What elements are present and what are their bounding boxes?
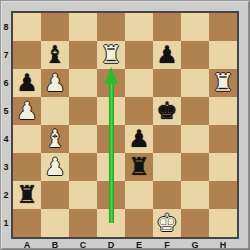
square-e2[interactable] — [125, 181, 153, 209]
square-c6[interactable] — [69, 69, 97, 97]
rank-label-8: 8 — [1, 13, 11, 41]
square-f2[interactable] — [153, 181, 181, 209]
move-arrow-head — [104, 67, 118, 84]
square-g3[interactable] — [181, 153, 209, 181]
square-a2[interactable]: ♜ — [13, 181, 41, 209]
piece-black-rook-a2[interactable]: ♜ — [16, 183, 38, 207]
square-g8[interactable] — [181, 13, 209, 41]
rank-label-4: 4 — [1, 125, 11, 153]
square-b7[interactable]: ♝ — [41, 41, 69, 69]
square-c7[interactable] — [69, 41, 97, 69]
file-label-a: A — [13, 239, 41, 250]
piece-black-king-f5[interactable]: ♚ — [156, 99, 178, 123]
square-h1[interactable] — [209, 209, 237, 237]
square-a8[interactable] — [13, 13, 41, 41]
square-e8[interactable] — [125, 13, 153, 41]
rank-label-2: 2 — [1, 181, 11, 209]
square-d7[interactable]: ♜ — [97, 41, 125, 69]
rank-label-7: 7 — [1, 41, 11, 69]
piece-white-pawn-b3[interactable]: ♟ — [44, 155, 66, 179]
square-h7[interactable] — [209, 41, 237, 69]
square-h6[interactable]: ♜ — [209, 69, 237, 97]
piece-white-rook-d7[interactable]: ♜ — [100, 43, 122, 67]
square-a5[interactable]: ♟ — [13, 97, 41, 125]
file-label-b: B — [41, 239, 69, 250]
piece-white-pawn-b6[interactable]: ♟ — [44, 71, 66, 95]
file-label-e: E — [125, 239, 153, 250]
rank-label-5: 5 — [1, 97, 11, 125]
square-f7[interactable]: ♟ — [153, 41, 181, 69]
rank-label-1: 1 — [1, 209, 11, 237]
rank-label-3: 3 — [1, 153, 11, 181]
chessboard-frame: ♝♜♟♟♟♜♟♚♝♟♟♜♜♚ — [11, 11, 239, 239]
square-b4[interactable]: ♝ — [41, 125, 69, 153]
square-h4[interactable] — [209, 125, 237, 153]
square-g4[interactable] — [181, 125, 209, 153]
move-arrow-shaft — [109, 84, 114, 223]
square-g2[interactable] — [181, 181, 209, 209]
square-c5[interactable] — [69, 97, 97, 125]
square-f1[interactable]: ♚ — [153, 209, 181, 237]
piece-black-rook-e3[interactable]: ♜ — [128, 155, 150, 179]
piece-black-pawn-f7[interactable]: ♟ — [156, 43, 178, 67]
square-c1[interactable] — [69, 209, 97, 237]
square-e7[interactable] — [125, 41, 153, 69]
square-f5[interactable]: ♚ — [153, 97, 181, 125]
piece-black-pawn-e4[interactable]: ♟ — [128, 127, 150, 151]
square-e4[interactable]: ♟ — [125, 125, 153, 153]
file-label-f: F — [153, 239, 181, 250]
square-b3[interactable]: ♟ — [41, 153, 69, 181]
square-a6[interactable]: ♟ — [13, 69, 41, 97]
piece-white-bishop-b4[interactable]: ♝ — [44, 127, 66, 151]
piece-black-bishop-b7[interactable]: ♝ — [44, 43, 66, 67]
file-label-g: G — [181, 239, 209, 250]
piece-white-pawn-a5[interactable]: ♟ — [16, 99, 38, 123]
square-c8[interactable] — [69, 13, 97, 41]
square-f8[interactable] — [153, 13, 181, 41]
square-e3[interactable]: ♜ — [125, 153, 153, 181]
square-f3[interactable] — [153, 153, 181, 181]
file-label-h: H — [209, 239, 237, 250]
square-c4[interactable] — [69, 125, 97, 153]
square-h2[interactable] — [209, 181, 237, 209]
square-b6[interactable]: ♟ — [41, 69, 69, 97]
square-g1[interactable] — [181, 209, 209, 237]
square-a1[interactable] — [13, 209, 41, 237]
square-e1[interactable] — [125, 209, 153, 237]
square-d8[interactable] — [97, 13, 125, 41]
piece-white-king-f1[interactable]: ♚ — [156, 211, 178, 235]
file-label-c: C — [69, 239, 97, 250]
square-g5[interactable] — [181, 97, 209, 125]
square-a7[interactable] — [13, 41, 41, 69]
square-h5[interactable] — [209, 97, 237, 125]
square-a4[interactable] — [13, 125, 41, 153]
square-e6[interactable] — [125, 69, 153, 97]
square-b5[interactable] — [41, 97, 69, 125]
square-h3[interactable] — [209, 153, 237, 181]
piece-black-pawn-a6[interactable]: ♟ — [16, 71, 38, 95]
square-g7[interactable] — [181, 41, 209, 69]
rank-label-6: 6 — [1, 69, 11, 97]
square-e5[interactable] — [125, 97, 153, 125]
square-g6[interactable] — [181, 69, 209, 97]
chessboard: ♝♜♟♟♟♜♟♚♝♟♟♜♜♚ — [13, 13, 237, 237]
square-b8[interactable] — [41, 13, 69, 41]
square-b1[interactable] — [41, 209, 69, 237]
file-label-d: D — [97, 239, 125, 250]
square-h8[interactable] — [209, 13, 237, 41]
square-f6[interactable] — [153, 69, 181, 97]
piece-white-rook-h6[interactable]: ♜ — [212, 71, 234, 95]
chessboard-panel: 87654321 ABCDEFGH ♝♜♟♟♟♜♟♚♝♟♟♜♜♚ — [0, 0, 250, 250]
square-c2[interactable] — [69, 181, 97, 209]
square-f4[interactable] — [153, 125, 181, 153]
square-c3[interactable] — [69, 153, 97, 181]
square-a3[interactable] — [13, 153, 41, 181]
square-b2[interactable] — [41, 181, 69, 209]
